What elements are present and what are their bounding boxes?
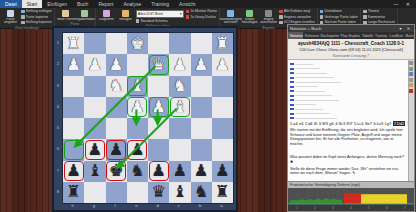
- group-caption: Zwischenablage: [2, 25, 52, 30]
- move-number-marker: [290, 86, 294, 88]
- document-button[interactable]: Partie eingeben: [2, 9, 19, 25]
- panel-title-bar[interactable]: Notation + Buch ▾ ✕: [288, 25, 414, 32]
- paste-position-icon: [21, 10, 25, 14]
- move-number-marker: [290, 104, 294, 106]
- board-style-dropdown[interactable]: Alles DGT Brett▾: [136, 10, 184, 18]
- direct-data-button[interactable]: Direktdaten: [320, 9, 358, 14]
- panel-window-buttons[interactable]: ▾ ✕: [400, 26, 412, 31]
- white-pawn-f2[interactable]: ♟: [109, 55, 124, 75]
- template-button[interactable]: Vorlagen: [117, 9, 134, 21]
- white-pawn-d4[interactable]: ♟: [151, 97, 166, 117]
- square-d2[interactable]: ♛: [148, 54, 169, 75]
- new-game-button[interactable]: Neue Partie: [57, 9, 74, 21]
- group-docker-button[interactable]: 1x Group Docker: [186, 15, 217, 20]
- scroll-up-icon[interactable]: [409, 61, 413, 65]
- chevron-down-icon: ▾: [180, 12, 182, 16]
- panel-scrollbar[interactable]: [408, 60, 415, 181]
- button-label: Alle Kiebitze weg!: [284, 9, 311, 13]
- square-d3[interactable]: [148, 76, 169, 97]
- panel-tab-referenz[interactable]: Referenz: [303, 32, 319, 39]
- eval-red-block: [344, 193, 361, 204]
- square-c3[interactable]: ♞: [169, 76, 190, 97]
- move[interactable]: Lg7: [385, 121, 392, 126]
- square-b5[interactable]: [191, 118, 212, 139]
- square-h1[interactable]: ♜: [63, 33, 84, 54]
- rank-label-8: 8: [54, 181, 62, 202]
- square-f2[interactable]: ♟: [106, 54, 127, 75]
- move[interactable]: Se7: [365, 121, 372, 126]
- square-h7[interactable]: ♟: [63, 161, 84, 182]
- move[interactable]: 4.Sc3: [335, 121, 345, 126]
- square-h2[interactable]: ♟: [63, 54, 84, 75]
- square-a4[interactable]: [212, 97, 233, 118]
- panel-tab-nachspielen[interactable]: Nachspielen: [319, 32, 339, 39]
- opening-name: Französische Verteidigung Deferre (nge): [290, 182, 360, 187]
- square-g1[interactable]: [84, 33, 105, 54]
- white-rook-a1[interactable]: ♜: [215, 34, 230, 54]
- black-queen-d8[interactable]: ♛: [151, 182, 166, 202]
- white-knight-f3[interactable]: ♞: [109, 76, 124, 96]
- white-bishop-c4[interactable]: ♝: [172, 97, 187, 117]
- scroll-down-icon[interactable]: [409, 67, 413, 71]
- square-g4[interactable]: [84, 97, 105, 118]
- evaluation-axis: 1234567: [288, 205, 414, 211]
- paste-position-button[interactable]: Stellung einfügen: [21, 9, 52, 14]
- square-a1[interactable]: ♜: [212, 33, 233, 54]
- diagram-button[interactable]: Diagramm: [98, 9, 115, 21]
- square-c7[interactable]: ♟: [169, 161, 190, 182]
- black-pawn-d7[interactable]: ♟: [151, 161, 166, 181]
- document-icon: [7, 10, 14, 17]
- ribbon-tab-datei[interactable]: Datei: [0, 0, 22, 8]
- engine-off-button[interactable]: Engine ausschalten: [260, 9, 277, 25]
- square-g8[interactable]: [84, 182, 105, 203]
- axis-tick: 3: [332, 206, 334, 210]
- comment-button[interactable]: Kommentar: [363, 15, 395, 20]
- diagram-icon: [103, 10, 110, 17]
- ribbon-group-zwischenablage: Partie eingebenStellung einfügenPartie k…: [0, 8, 55, 27]
- eval-yellow-block: [361, 194, 407, 204]
- previous-game-icon: [320, 15, 324, 19]
- button-label: 1x Group Docker: [190, 15, 216, 19]
- square-h5[interactable]: [63, 118, 84, 139]
- training-paragraph: Stelle dir diese Frage immer wieder. Das…: [290, 167, 407, 176]
- white-pawn-h2[interactable]: ♟: [66, 55, 81, 75]
- square-b4[interactable]: [191, 97, 212, 118]
- game-event: C00 Live Chess Chess.com (69.54) 11.01.2…: [289, 47, 413, 52]
- square-b2[interactable]: ♟: [191, 54, 212, 75]
- square-c5[interactable]: [169, 118, 190, 139]
- button-label: Partie eingeben: [2, 18, 19, 25]
- direct-data-icon: [320, 10, 324, 14]
- panel-tab-tabelle[interactable]: Tabelle: [360, 32, 373, 39]
- rank-label-4: 4: [54, 96, 62, 117]
- monitor-grid-icon: [186, 10, 190, 14]
- current-move[interactable]: 7.Dd2: [393, 121, 405, 126]
- square-h6[interactable]: [63, 139, 84, 160]
- square-a5[interactable]: [212, 118, 233, 139]
- ribbon-tab-einfügen[interactable]: Einfügen: [42, 0, 72, 8]
- opening-name-bar: Französische Verteidigung Deferre (nge): [288, 181, 414, 189]
- square-g7[interactable]: ♝: [84, 161, 105, 182]
- move-text-faint: [295, 73, 327, 74]
- uci-engine-icon: [279, 21, 283, 25]
- chessbase-window: DateiStartEinfügenBuchReportAnalyseTrain…: [0, 0, 416, 212]
- black-bishop-c8[interactable]: ♝: [172, 182, 187, 202]
- move[interactable]: Kf7: [347, 121, 353, 126]
- stop-icon[interactable]: [409, 89, 413, 93]
- copy-game-button[interactable]: Partie kopieren: [21, 15, 52, 20]
- square-b3[interactable]: [191, 76, 212, 97]
- move-number-marker: [290, 68, 294, 70]
- square-f8[interactable]: [106, 182, 127, 203]
- square-a2[interactable]: ♟: [212, 54, 233, 75]
- kibitzer-icon: [246, 10, 253, 17]
- book-icon[interactable]: [409, 83, 413, 87]
- white-queen-d2[interactable]: ♛: [151, 55, 166, 75]
- new-game-icon: [62, 10, 69, 17]
- remove-kibitzers-icon: [279, 10, 283, 14]
- move[interactable]: 5.Lc4: [354, 121, 364, 126]
- button-label: 1x Monitor Raster: [190, 9, 217, 13]
- panel-tab-plan-explorer[interactable]: Plan Explorer: [339, 32, 360, 39]
- black-knight-b8[interactable]: ♞: [194, 182, 209, 202]
- move-text-faint: [295, 100, 339, 101]
- game-note: Konstante Leistung 7: [289, 53, 413, 58]
- template-icon: [122, 10, 129, 17]
- square-e1[interactable]: ♚: [127, 33, 148, 54]
- input-mode-icon: [81, 10, 88, 17]
- move[interactable]: e6: [299, 121, 303, 126]
- monitor-grid-button[interactable]: 1x Monitor Raster: [186, 9, 217, 14]
- rank-label-7: 7: [54, 160, 62, 181]
- move[interactable]: 2.d4: [305, 121, 313, 126]
- green-highlight-h6: [64, 140, 84, 160]
- move-number-marker: [290, 81, 294, 83]
- training-text: Wir starten mit der Eröffnung, die uns b…: [290, 128, 407, 178]
- axis-tick: 5: [368, 206, 370, 210]
- rank-label-2: 2: [54, 53, 62, 74]
- ribbon-tab-row: DateiStartEinfügenBuchReportAnalyseTrain…: [0, 0, 416, 8]
- square-h4[interactable]: [63, 97, 84, 118]
- white-pawn-c2[interactable]: ♟: [172, 55, 187, 75]
- ribbon-tab-analyse[interactable]: Analyse: [118, 0, 146, 8]
- notation-line[interactable]: [290, 116, 341, 121]
- scheme-icon: [136, 19, 140, 23]
- square-e8[interactable]: [127, 182, 148, 203]
- black-rook-h8[interactable]: ♜: [66, 182, 81, 202]
- engine-off-icon: [265, 10, 272, 17]
- black-pawn-h7[interactable]: ♟: [66, 161, 81, 181]
- rank-label-3: 3: [54, 75, 62, 96]
- group-docker-icon: [186, 15, 190, 19]
- button-label: Kommentar: [368, 15, 386, 19]
- button-label: Kiebitz hinzufügen: [241, 18, 258, 25]
- square-c4[interactable]: ♝: [169, 97, 190, 118]
- move-number-marker: [290, 72, 294, 74]
- square-f1[interactable]: [106, 33, 127, 54]
- panel-tab-buch[interactable]: Buch: [403, 32, 414, 39]
- panel-tabs: NotationReferenzNachspielenPlan Explorer…: [288, 32, 414, 39]
- button-label: Theorie: [368, 9, 380, 13]
- manage-engines-button[interactable]: Engines verwalten: [279, 15, 315, 20]
- square-e4[interactable]: ♟: [127, 97, 148, 118]
- white-pawn-g2[interactable]: ♟: [87, 55, 102, 75]
- input-mode-button[interactable]: Eingabemodus: [76, 9, 93, 21]
- ribbon-tab-start[interactable]: Start: [22, 0, 43, 8]
- move-list[interactable]: 1.e4e62.d4f63.Sf3g64.Sc3Kf75.Lc4Se76.Le3…: [290, 121, 406, 126]
- black-pawn-b7[interactable]: ♟: [194, 161, 209, 181]
- remove-kibitzers-button[interactable]: Alle Kiebitze weg!: [279, 9, 315, 14]
- move-number-marker: [290, 117, 294, 119]
- refresh-icon[interactable]: [409, 78, 413, 82]
- game-players: ayush4834AjQ 1111 - Chesscraft_Coach 112…: [289, 41, 413, 46]
- move-text-faint: [295, 113, 330, 114]
- training-paragraph: Wir starten mit der Eröffnung, die uns b…: [290, 128, 407, 146]
- square-h3[interactable]: [63, 76, 84, 97]
- square-g6[interactable]: ♟: [84, 139, 105, 160]
- square-d5[interactable]: [148, 118, 169, 139]
- button-label: Diagramm: [99, 18, 114, 21]
- move-number-marker: [290, 63, 294, 65]
- button-label: Engines verwalten: [284, 15, 312, 19]
- square-b6[interactable]: [191, 139, 212, 160]
- button-label: Stellung einfügen: [26, 9, 52, 13]
- panel-title: Notation + Buch: [290, 26, 321, 31]
- comment-icon: [363, 15, 367, 19]
- kibitzer-button[interactable]: Kiebitz hinzufügen: [241, 9, 258, 25]
- move-text-faint: [295, 77, 334, 78]
- move-number-marker: [290, 90, 294, 92]
- black-knight-e7[interactable]: ♞: [130, 161, 145, 181]
- rank-labels: 12345678: [54, 32, 62, 202]
- square-a6[interactable]: [212, 139, 233, 160]
- square-d1[interactable]: [148, 33, 169, 54]
- window-controls[interactable]: — ✕: [393, 0, 416, 8]
- notation-panel: Notation + Buch ▾ ✕ NotationReferenzNach…: [287, 24, 415, 212]
- square-e2[interactable]: [127, 54, 148, 75]
- button-label: Direktdaten: [324, 9, 341, 13]
- move-text-faint: [295, 118, 337, 119]
- move[interactable]: 6.Le3: [373, 121, 383, 126]
- placeholder-icon: ▫: [290, 149, 407, 154]
- square-b8[interactable]: ♞: [191, 182, 212, 203]
- move-number-marker: [290, 95, 294, 97]
- black-pawn-c7[interactable]: ♟: [172, 161, 187, 181]
- square-a8[interactable]: ♜: [212, 182, 233, 203]
- square-a3[interactable]: [212, 76, 233, 97]
- black-rook-a8[interactable]: ♜: [215, 182, 230, 202]
- move-text-faint: [295, 64, 313, 65]
- square-f7[interactable]: ♚: [106, 161, 127, 182]
- add-icon[interactable]: [409, 72, 413, 76]
- square-e7[interactable]: ♞: [127, 161, 148, 182]
- move-text-faint: [295, 68, 320, 69]
- notation-stub-lines: [290, 62, 341, 121]
- square-d7[interactable]: ♟: [148, 161, 169, 182]
- button-label: Partie kopieren: [26, 15, 49, 19]
- square-f4[interactable]: [106, 97, 127, 118]
- white-knight-c3[interactable]: ♞: [172, 76, 187, 96]
- move-number-marker: [290, 77, 294, 79]
- move-text-faint: [295, 109, 323, 110]
- training-paragraph: Was passiert dabei im Kopf eines Anfänge…: [290, 155, 407, 164]
- button-label: Standardengine wechseln: [219, 18, 242, 25]
- move[interactable]: 1.e4: [290, 121, 298, 126]
- square-f5[interactable]: [106, 118, 127, 139]
- axis-tick: 1: [296, 206, 298, 210]
- black-pawn-f6[interactable]: ♟: [109, 140, 124, 160]
- theory-icon: [363, 10, 367, 14]
- move[interactable]: 3.Sf3: [319, 121, 328, 126]
- panel-tab-training[interactable]: Training: [373, 32, 387, 39]
- square-e6[interactable]: ♟: [127, 139, 148, 160]
- square-b1[interactable]: [191, 33, 212, 54]
- rank-label-5: 5: [54, 117, 62, 138]
- ribbon-tab-training[interactable]: Training: [146, 0, 174, 8]
- panel-tab-notation[interactable]: Notation: [288, 32, 303, 39]
- square-d4[interactable]: ♟: [148, 97, 169, 118]
- move-text-faint: [295, 82, 341, 83]
- square-d8[interactable]: ♛: [148, 182, 169, 203]
- square-e3[interactable]: ♝: [127, 76, 148, 97]
- chess-board[interactable]: ♜♚♜♟♟♟♛♟♟♟♞♝♞♟♟♝♟♟♟♟♝♚♞♟♟♟♟♜♛♝♞♜: [62, 32, 234, 204]
- button-label: Engine ausschalten: [260, 18, 277, 25]
- black-king-f7[interactable]: ♚: [109, 161, 124, 181]
- black-pawn-e6[interactable]: ♟: [130, 140, 145, 160]
- white-bishop-e3[interactable]: ♝: [130, 76, 145, 96]
- square-h8[interactable]: ♜: [63, 182, 84, 203]
- square-f6[interactable]: ♟: [106, 139, 127, 160]
- button-label: Vorherige Partie laden: [324, 15, 358, 19]
- move-number-marker: [290, 113, 294, 115]
- square-c8[interactable]: ♝: [169, 182, 190, 203]
- white-pawn-b2[interactable]: ♟: [194, 55, 209, 75]
- move-text-faint: [295, 95, 332, 96]
- white-rook-h1[interactable]: ♜: [66, 34, 81, 54]
- rank-label-6: 6: [54, 138, 62, 159]
- evaluation-profile[interactable]: [288, 188, 414, 205]
- square-g5[interactable]: [84, 118, 105, 139]
- axis-tick: 6: [386, 206, 388, 210]
- ribbon-tab-report[interactable]: Report: [93, 0, 118, 8]
- ribbon-group-partie: Neue PartieEingabemodusPartie: [55, 8, 96, 27]
- square-e5[interactable]: [127, 118, 148, 139]
- white-pawn-a2[interactable]: ♟: [215, 55, 230, 75]
- move[interactable]: g6: [329, 121, 333, 126]
- engine-button[interactable]: Standardengine wechseln: [222, 9, 239, 25]
- theory-button[interactable]: Theorie: [363, 9, 395, 14]
- ribbon-group-stellung-suchen: DiagrammVorlagenAlles DGT Brett▾Standard…: [96, 8, 220, 27]
- copy-position-icon: [21, 21, 25, 25]
- rank-label-1: 1: [54, 32, 62, 53]
- square-c1[interactable]: [169, 33, 190, 54]
- square-c6[interactable]: [169, 139, 190, 160]
- chess-board-frame: 12345678 hgfedcba ♜♚♜♟♟♟♛♟♟♟♞♝♞♟♟♝♟♟♟♟♝♚…: [52, 26, 238, 212]
- notation-body[interactable]: 1.e4e62.d4f63.Sf3g64.Sc3Kf75.Lc4Se76.Le3…: [288, 60, 414, 181]
- square-g2[interactable]: ♟: [84, 54, 105, 75]
- ribbon-tab-buch[interactable]: Buch: [72, 0, 93, 8]
- move-number-marker: [290, 99, 294, 101]
- panel-tab-livebuch[interactable]: LiveBuch: [387, 32, 403, 39]
- axis-tick: 4: [350, 206, 352, 210]
- black-pawn-a7[interactable]: ♟: [215, 161, 230, 181]
- move-number-marker: [290, 108, 294, 110]
- game-header: ayush4834AjQ 1111 - Chesscraft_Coach 112…: [288, 39, 414, 60]
- move-text-faint: [295, 91, 325, 92]
- black-pawn-g6[interactable]: ♟: [87, 140, 102, 160]
- eval-chart: [288, 188, 414, 205]
- move-text-faint: [295, 86, 318, 87]
- move[interactable]: f6: [314, 121, 317, 126]
- copy-game-icon: [21, 15, 25, 19]
- axis-tick: 7: [404, 206, 406, 210]
- engine-icon: [227, 10, 234, 17]
- move-text-faint: [295, 104, 316, 105]
- dropdown-value: Alles DGT Brett: [138, 12, 163, 16]
- previous-game-button[interactable]: Vorherige Partie laden: [320, 15, 358, 20]
- white-pawn-e4[interactable]: ♟: [130, 97, 145, 117]
- manage-engines-icon: [279, 15, 283, 19]
- square-d6[interactable]: [148, 139, 169, 160]
- axis-tick: 2: [314, 206, 316, 210]
- square-b7[interactable]: ♟: [191, 161, 212, 182]
- button-label: Vorlagen: [119, 18, 132, 21]
- white-king-e1[interactable]: ♚: [130, 34, 145, 54]
- ribbon-tab-ansicht[interactable]: Ansicht: [174, 0, 200, 8]
- black-bishop-g7[interactable]: ♝: [87, 161, 102, 181]
- square-c2[interactable]: ♟: [169, 54, 190, 75]
- square-g3[interactable]: [84, 76, 105, 97]
- square-a7[interactable]: ♟: [212, 161, 233, 182]
- square-f3[interactable]: ♞: [106, 76, 127, 97]
